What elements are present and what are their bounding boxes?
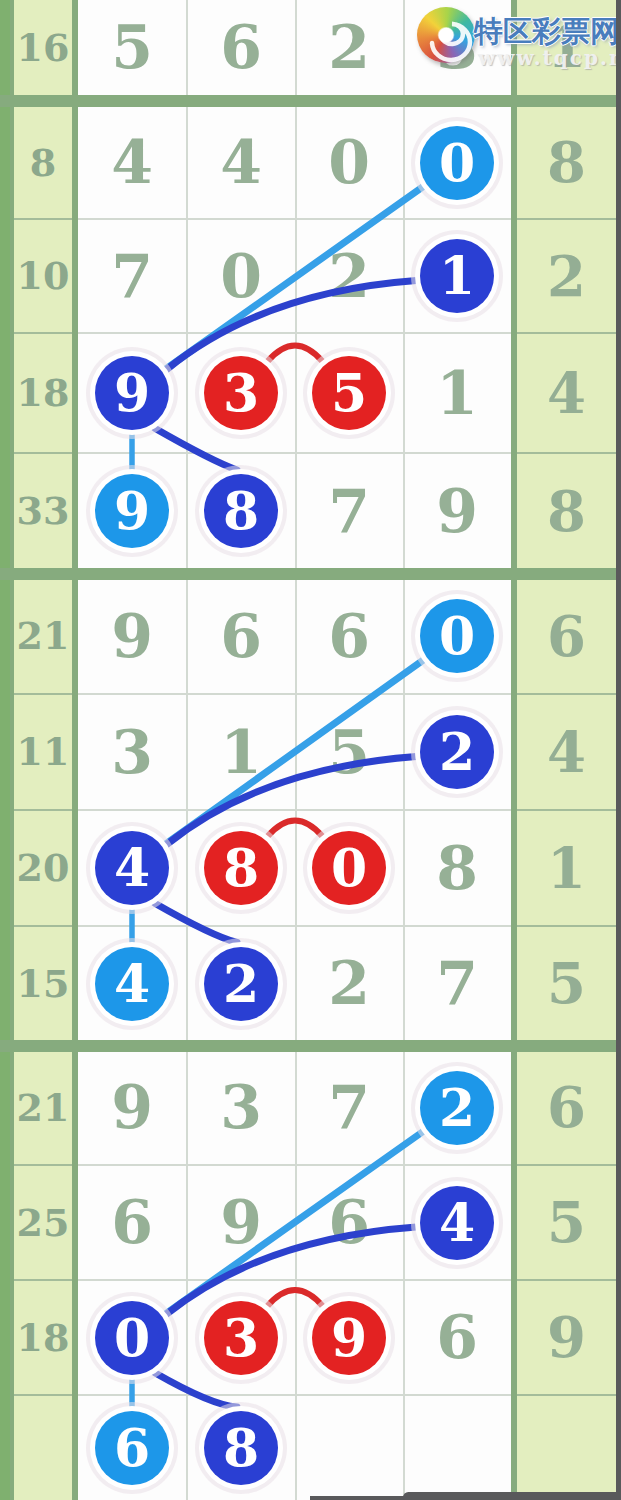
circled-number-db: 8: [204, 474, 278, 548]
link-curve-darkblue: [167, 757, 417, 845]
circled-number-rd: 8: [204, 831, 278, 905]
site-url-watermark: www.tqcp.net: [478, 46, 621, 70]
circled-number-db: 2: [204, 947, 278, 1021]
circled-number-rd: 3: [204, 356, 278, 430]
connector-lines-layer: [0, 0, 621, 1500]
site-watermark: 特区彩票网 www.tqcp.net: [0, 0, 621, 90]
red-pair-arc: [267, 346, 323, 363]
link-curve-darkblue-short: [155, 428, 237, 470]
circled-number-rd: 3: [204, 1301, 278, 1375]
circled-number-db: 8: [204, 1411, 278, 1485]
link-curve-darkblue: [167, 1227, 417, 1314]
link-curve-darkblue-short: [155, 903, 237, 942]
circled-number-db: 2: [420, 715, 494, 789]
circled-number-db: 0: [95, 1301, 169, 1375]
circled-number-lb: 0: [420, 599, 494, 673]
bottom-scrollbar[interactable]: [403, 1492, 621, 1500]
swirl-spiral-icon: [417, 7, 475, 63]
site-logo-swirl-icon: [416, 6, 478, 66]
link-curve-darkblue-short: [155, 1373, 237, 1407]
circled-number-lb: 9: [95, 474, 169, 548]
circled-number-db: 4: [95, 831, 169, 905]
circled-number-rd: 5: [312, 356, 386, 430]
circled-number-lb: 6: [95, 1411, 169, 1485]
right-scrollbar[interactable]: [616, 0, 621, 1500]
red-pair-arc: [267, 821, 323, 838]
red-pair-arc: [267, 1290, 323, 1307]
circled-number-db: 9: [95, 356, 169, 430]
circled-number-lb: 0: [420, 126, 494, 200]
circled-number-lb: 4: [95, 947, 169, 1021]
circled-number-lb: 2: [420, 1071, 494, 1145]
circled-number-db: 1: [420, 239, 494, 313]
link-curve-darkblue: [167, 281, 417, 370]
circled-number-db: 4: [420, 1186, 494, 1260]
circled-number-rd: 9: [312, 1301, 386, 1375]
lottery-trend-board: 1656231844081070221814337982196661131542…: [0, 0, 621, 1500]
circled-number-rd: 0: [312, 831, 386, 905]
